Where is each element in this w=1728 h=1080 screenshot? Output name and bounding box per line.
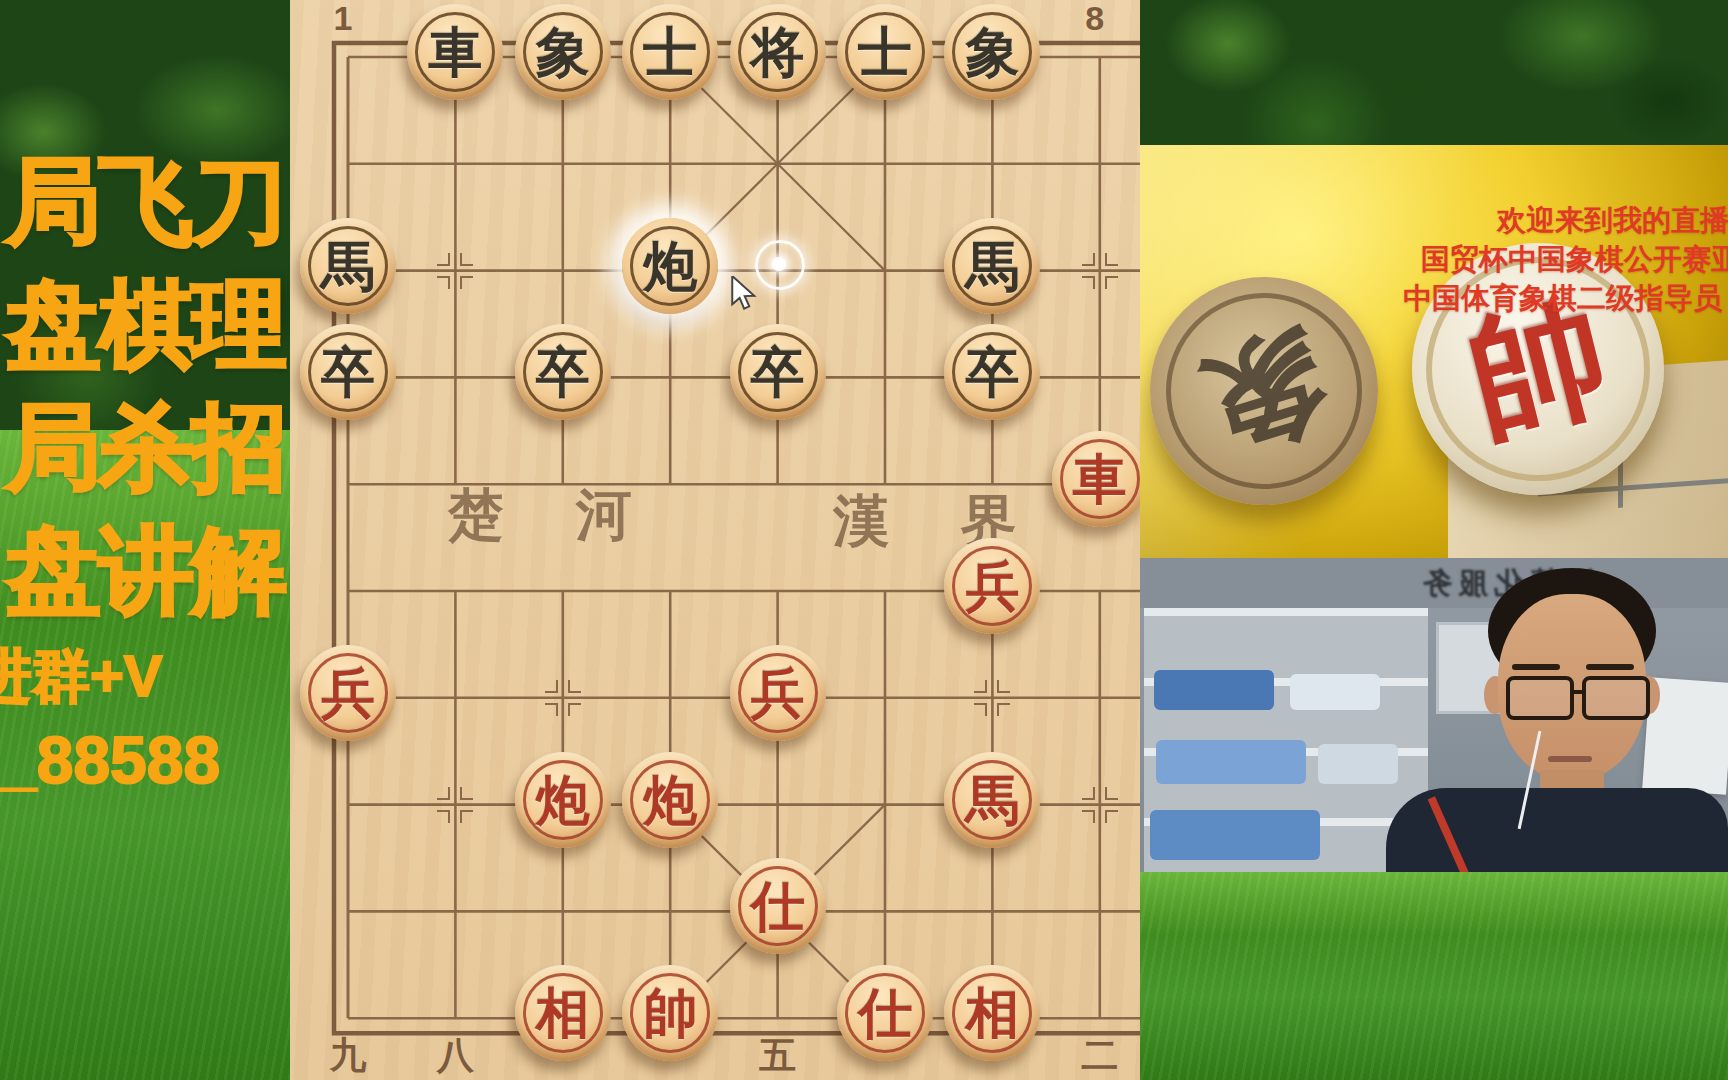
- piece-black[interactable]: 卒: [515, 324, 611, 420]
- piece-red[interactable]: 仕: [730, 858, 826, 954]
- promo-text-line: 国贸杯中国象棋公开赛亚: [1403, 240, 1728, 279]
- piece-black[interactable]: 士: [837, 4, 933, 100]
- piece-red[interactable]: 兵: [730, 645, 826, 741]
- headline-line: 局飞刀: [0, 140, 290, 263]
- promo-text-block: 欢迎来到我的直播间国贸杯中国象棋公开赛亚中国体育象棋二级指导员: [1403, 201, 1722, 318]
- blue-cloth-pile: [1150, 810, 1320, 860]
- glasses-lens: [1506, 676, 1574, 720]
- right-panel: 象 帥 欢迎来到我的直播间国贸杯中国象棋公开赛亚中国体育象棋二级指导员 智慧化服…: [1140, 0, 1728, 1080]
- point-marker: [437, 253, 473, 289]
- dark-piece-glyph: 象: [1183, 296, 1345, 487]
- contact-line: 进群+V: [0, 638, 290, 716]
- webcam-video: 智慧化服务: [1140, 558, 1728, 872]
- mouth: [1548, 756, 1592, 762]
- point-marker: [1082, 253, 1118, 289]
- headline-list: 局飞刀盘棋理局杀招盘讲解: [0, 140, 290, 632]
- file-label-bottom: 九: [330, 1034, 367, 1078]
- trees-photo-top-right: [1140, 0, 1728, 145]
- point-marker: [1082, 787, 1118, 823]
- headline-line: 盘讲解: [0, 509, 290, 632]
- piece-black[interactable]: 将: [730, 4, 826, 100]
- point-marker: [974, 680, 1010, 716]
- point-marker: [545, 680, 581, 716]
- file-label-bottom: 二: [1081, 1034, 1118, 1078]
- piece-black[interactable]: 士: [622, 4, 718, 100]
- contact-number: _88588: [0, 722, 290, 798]
- piece-red[interactable]: 帥: [622, 965, 718, 1061]
- eyebrow: [1512, 664, 1560, 670]
- piece-red[interactable]: 相: [515, 965, 611, 1061]
- piece-red[interactable]: 炮: [622, 752, 718, 848]
- piece-black[interactable]: 卒: [300, 324, 396, 420]
- move-target-indicator: [755, 240, 805, 290]
- piece-black[interactable]: 馬: [944, 218, 1040, 314]
- stream-layout: 局飞刀盘棋理局杀招盘讲解 进群+V _88588 楚 河 漢 界 18九八五二車…: [0, 0, 1728, 1080]
- xiangqi-piece-photo-dark: 象: [1150, 277, 1378, 505]
- eyebrow: [1586, 664, 1634, 670]
- board[interactable]: 楚 河 漢 界 18九八五二車象士将士象馬炮馬卒卒卒卒車兵兵兵炮炮馬仕相帥仕相: [290, 0, 1140, 1080]
- blue-cloth-pile: [1156, 740, 1306, 784]
- piece-red[interactable]: 相: [944, 965, 1040, 1061]
- piece-black[interactable]: 車: [407, 4, 503, 100]
- piece-black[interactable]: 卒: [730, 324, 826, 420]
- file-label-bottom: 五: [759, 1034, 796, 1078]
- promo-text-line: 欢迎来到我的直播间: [1403, 201, 1728, 240]
- river-text-chu-he: 楚 河: [448, 478, 658, 554]
- piece-red[interactable]: 炮: [515, 752, 611, 848]
- white-cloth-pile: [1318, 744, 1398, 784]
- grass-photo-bottom-right: [1140, 872, 1728, 1080]
- headline-line: 盘棋理: [0, 263, 290, 386]
- file-label-top: 1: [334, 0, 353, 38]
- piece-red[interactable]: 兵: [300, 645, 396, 741]
- mouse-cursor: [730, 276, 760, 310]
- blue-cloth-pile: [1154, 670, 1274, 710]
- headline-line: 局杀招: [0, 386, 290, 509]
- file-label-bottom: 八: [437, 1034, 474, 1078]
- torso: [1386, 788, 1728, 872]
- left-text-panel: 局飞刀盘棋理局杀招盘讲解 进群+V _88588: [0, 0, 290, 1080]
- point-marker: [437, 787, 473, 823]
- piece-black[interactable]: 象: [515, 4, 611, 100]
- piece-red[interactable]: 仕: [837, 965, 933, 1061]
- glasses-bridge: [1570, 690, 1586, 694]
- piece-black[interactable]: 馬: [300, 218, 396, 314]
- piece-red[interactable]: 兵: [944, 538, 1040, 634]
- piece-black[interactable]: 象: [944, 4, 1040, 100]
- piece-red[interactable]: 馬: [944, 752, 1040, 848]
- file-label-top: 8: [1085, 0, 1104, 38]
- promo-card: 象 帥 欢迎来到我的直播间国贸杯中国象棋公开赛亚中国体育象棋二级指导员: [1140, 145, 1728, 558]
- piece-black[interactable]: 炮: [622, 218, 718, 314]
- promo-text-line: 中国体育象棋二级指导员: [1403, 279, 1722, 318]
- piece-red[interactable]: 車: [1052, 431, 1140, 527]
- glasses-lens: [1582, 676, 1650, 720]
- white-cloth-pile: [1290, 674, 1380, 710]
